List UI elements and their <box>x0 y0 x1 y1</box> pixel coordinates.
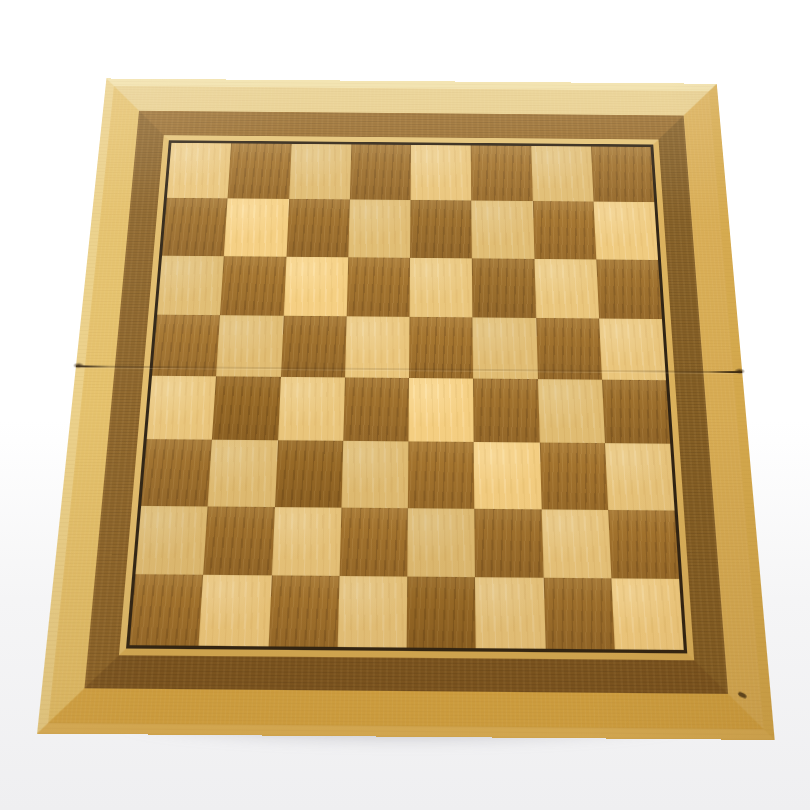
playing-field <box>130 143 684 650</box>
square-d6 <box>346 257 410 317</box>
square-d2 <box>339 507 408 576</box>
square-a2 <box>135 505 207 574</box>
square-b4 <box>212 376 280 440</box>
square-e4 <box>408 378 473 442</box>
hinge-notch-right <box>734 368 745 374</box>
square-e8 <box>411 145 472 201</box>
square-a7 <box>162 198 228 256</box>
chessboard <box>37 78 775 740</box>
square-c1 <box>268 575 339 647</box>
square-b2 <box>203 506 274 575</box>
square-f1 <box>475 577 545 649</box>
square-e3 <box>408 442 475 509</box>
square-h1 <box>611 578 684 650</box>
square-c2 <box>271 507 341 576</box>
square-a8 <box>167 143 232 199</box>
square-f8 <box>471 145 532 201</box>
square-g8 <box>531 146 594 202</box>
square-a4 <box>147 376 217 440</box>
square-b6 <box>220 256 286 316</box>
square-h4 <box>602 380 670 444</box>
square-d8 <box>350 144 411 200</box>
square-g3 <box>539 443 608 510</box>
square-b7 <box>224 199 289 257</box>
walnut-border <box>84 111 728 694</box>
square-f4 <box>473 379 539 443</box>
square-h7 <box>593 202 658 260</box>
square-a6 <box>157 255 224 315</box>
square-g1 <box>543 577 614 649</box>
square-h3 <box>605 443 675 510</box>
square-c8 <box>289 144 351 200</box>
square-c3 <box>275 441 343 508</box>
square-f6 <box>472 258 536 318</box>
square-b1 <box>199 575 272 647</box>
square-h2 <box>608 509 679 578</box>
square-h6 <box>596 259 662 319</box>
photo-background <box>0 0 810 810</box>
square-f3 <box>474 442 541 509</box>
square-e1 <box>407 576 476 648</box>
square-c7 <box>286 199 350 257</box>
square-g6 <box>534 258 599 318</box>
square-f2 <box>475 508 544 577</box>
square-b3 <box>208 440 278 507</box>
square-g4 <box>537 379 604 443</box>
square-e7 <box>410 200 472 258</box>
square-d1 <box>337 576 407 648</box>
square-g2 <box>541 509 611 578</box>
square-d7 <box>348 200 410 258</box>
square-b8 <box>228 143 291 199</box>
maple-frame <box>48 86 764 729</box>
square-a3 <box>141 439 212 506</box>
outer-bevel-edge <box>37 78 775 740</box>
square-f7 <box>471 201 534 259</box>
square-a1 <box>130 574 204 646</box>
square-g7 <box>532 201 596 259</box>
square-d4 <box>343 377 409 441</box>
pinstripe-inlay <box>126 140 687 653</box>
square-d3 <box>341 441 408 508</box>
square-c6 <box>283 256 348 316</box>
square-h8 <box>591 147 655 203</box>
square-e6 <box>410 257 473 317</box>
square-c4 <box>278 377 345 441</box>
inlay-gap-line <box>119 135 694 660</box>
square-e2 <box>407 508 475 577</box>
